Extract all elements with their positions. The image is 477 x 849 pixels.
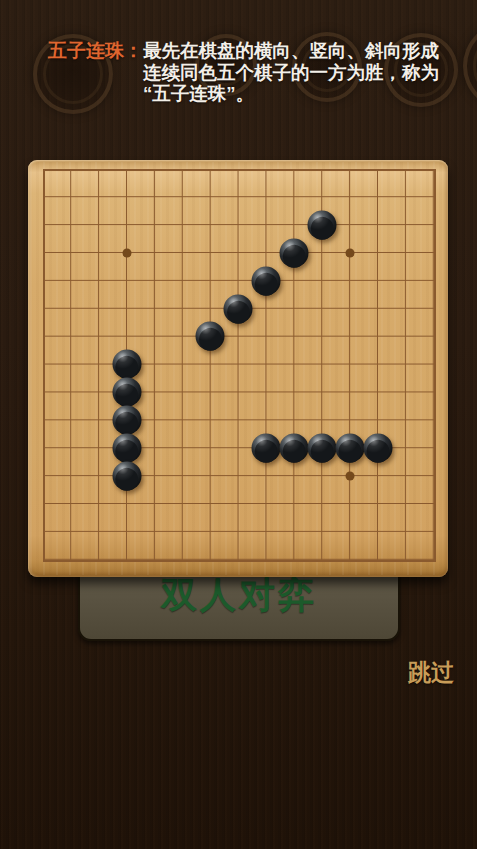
black-stone: ●: [280, 238, 309, 267]
black-stone-glyph: ●: [308, 210, 337, 239]
black-stone: ●: [308, 434, 337, 463]
black-stone-glyph: ●: [308, 434, 337, 463]
black-stone-glyph: ●: [363, 434, 392, 463]
black-stone: ●: [112, 461, 141, 490]
black-stone-glyph: ●: [112, 461, 141, 490]
star-point: [345, 471, 354, 480]
tutorial-title: 五子连珠：: [48, 40, 143, 62]
black-stone-glyph: ●: [280, 434, 309, 463]
board-grid: [43, 169, 436, 562]
two-player-match-label: 双人对弈: [161, 571, 317, 620]
tutorial-text-block: 五子连珠： 最先在棋盘的横向、竖向、斜向形成 连续同色五个棋子的一方为胜，称为 …: [48, 40, 448, 105]
black-stone: ●: [335, 434, 364, 463]
black-stone: ●: [252, 434, 281, 463]
black-stone: ●: [224, 294, 253, 323]
tutorial-description-line: “五子连珠”。: [143, 83, 439, 105]
gomoku-tutorial-screen: 五子连珠： 最先在棋盘的横向、竖向、斜向形成 连续同色五个棋子的一方为胜，称为 …: [0, 0, 477, 849]
black-stone: ●: [363, 434, 392, 463]
skip-button[interactable]: 跳过: [408, 657, 454, 688]
black-stone: ●: [308, 210, 337, 239]
star-point: [345, 248, 354, 257]
black-stone-glyph: ●: [252, 266, 281, 295]
black-stone-glyph: ●: [196, 322, 225, 351]
tutorial-description-line: 最先在棋盘的横向、竖向、斜向形成: [143, 40, 439, 62]
dimmed-icon-circle: [463, 22, 477, 110]
black-stone-glyph: ●: [335, 434, 364, 463]
black-stone: ●: [252, 266, 281, 295]
tutorial-description-line: 连续同色五个棋子的一方为胜，称为: [143, 62, 439, 84]
black-stone-glyph: ●: [252, 434, 281, 463]
black-stone: ●: [280, 434, 309, 463]
tutorial-description: 最先在棋盘的横向、竖向、斜向形成 连续同色五个棋子的一方为胜，称为 “五子连珠”…: [143, 40, 439, 105]
black-stone-glyph: ●: [280, 238, 309, 267]
black-stone-glyph: ●: [224, 294, 253, 323]
gomoku-board[interactable]: ●●●●●●●●●●●●●●●: [28, 160, 448, 577]
star-point: [122, 248, 131, 257]
black-stone: ●: [196, 322, 225, 351]
